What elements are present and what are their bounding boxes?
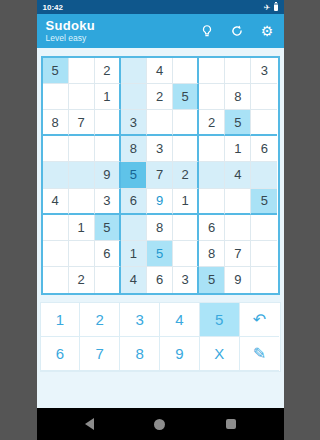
sudoku-cell-r6c4[interactable]: 6 xyxy=(121,189,147,215)
undo-icon: ↶ xyxy=(253,312,266,328)
sudoku-cell-r1c3[interactable]: 2 xyxy=(95,58,121,84)
sudoku-cell-r8c7[interactable]: 8 xyxy=(199,241,225,267)
sudoku-cell-r9c4[interactable]: 4 xyxy=(121,267,147,293)
status-icons: ✈ xyxy=(264,3,278,12)
sudoku-cell-r7c9[interactable] xyxy=(251,215,277,241)
digit-key-1[interactable]: 1 xyxy=(41,303,81,337)
sudoku-cell-r5c7[interactable] xyxy=(199,162,225,188)
sudoku-cell-r7c7[interactable]: 6 xyxy=(199,215,225,241)
sudoku-cell-r4c4[interactable]: 8 xyxy=(121,136,147,162)
sudoku-cell-r6c5[interactable]: 9 xyxy=(147,189,173,215)
sudoku-cell-r2c5[interactable]: 2 xyxy=(147,84,173,110)
gear-icon: ⚙ xyxy=(261,24,274,38)
sudoku-cell-r7c8[interactable] xyxy=(225,215,251,241)
sudoku-cell-r3c7[interactable]: 2 xyxy=(199,110,225,136)
sudoku-cell-r9c3[interactable] xyxy=(95,267,121,293)
sudoku-cell-r2c9[interactable] xyxy=(251,84,277,110)
sudoku-cell-r4c1[interactable] xyxy=(43,136,69,162)
digit-key-4[interactable]: 4 xyxy=(160,303,200,337)
number-keypad: 12345↶6789X✎ xyxy=(40,302,281,372)
sudoku-cell-r4c9[interactable]: 6 xyxy=(251,136,277,162)
sudoku-cell-r9c7[interactable]: 5 xyxy=(199,267,225,293)
digit-key-6[interactable]: 6 xyxy=(41,337,81,371)
sudoku-cell-r8c2[interactable] xyxy=(69,241,95,267)
status-bar: 10:42 ✈ xyxy=(37,0,284,14)
sudoku-cell-r9c6[interactable]: 3 xyxy=(173,267,199,293)
sudoku-cell-r3c8[interactable]: 5 xyxy=(225,110,251,136)
airplane-mode-icon: ✈ xyxy=(264,3,271,12)
sudoku-cell-r7c1[interactable] xyxy=(43,215,69,241)
sudoku-cell-r5c2[interactable] xyxy=(69,162,95,188)
restart-button[interactable] xyxy=(230,24,245,39)
sudoku-cell-r1c2[interactable] xyxy=(69,58,95,84)
app-bar-titles: Sudoku Level easy xyxy=(46,19,95,44)
pencil-icon: ✎ xyxy=(253,346,266,362)
sudoku-board: 5243125887325831695724436915158661587246… xyxy=(41,56,280,295)
digit-key-8[interactable]: 8 xyxy=(120,337,160,371)
sudoku-cell-r7c5[interactable]: 8 xyxy=(147,215,173,241)
sudoku-cell-r2c4[interactable] xyxy=(121,84,147,110)
sudoku-cell-r5c5[interactable]: 7 xyxy=(147,162,173,188)
sudoku-cell-r8c4[interactable]: 1 xyxy=(121,241,147,267)
sudoku-cell-r6c6[interactable]: 1 xyxy=(173,189,199,215)
sudoku-cell-r6c3[interactable]: 3 xyxy=(95,189,121,215)
sudoku-cell-r9c1[interactable] xyxy=(43,267,69,293)
sudoku-cell-r6c8[interactable] xyxy=(225,189,251,215)
level-subtitle: Level easy xyxy=(46,34,95,43)
sudoku-cell-r9c5[interactable]: 6 xyxy=(147,267,173,293)
sudoku-cell-r1c5[interactable]: 4 xyxy=(147,58,173,84)
refresh-icon xyxy=(230,24,244,38)
status-time: 10:42 xyxy=(43,3,63,12)
sudoku-cell-r4c7[interactable] xyxy=(199,136,225,162)
sudoku-cell-r1c8[interactable] xyxy=(225,58,251,84)
recents-button[interactable] xyxy=(226,419,236,429)
sudoku-cell-r9c2[interactable]: 2 xyxy=(69,267,95,293)
android-nav-bar xyxy=(37,408,284,440)
sudoku-cell-r3c6[interactable] xyxy=(173,110,199,136)
sudoku-cell-r6c7[interactable] xyxy=(199,189,225,215)
sudoku-cell-r5c1[interactable] xyxy=(43,162,69,188)
settings-button[interactable]: ⚙ xyxy=(260,24,275,39)
app-bar-actions: ⚙ xyxy=(200,24,275,39)
sudoku-cell-r3c4[interactable]: 3 xyxy=(121,110,147,136)
digit-key-3[interactable]: 3 xyxy=(120,303,160,337)
pencil-button[interactable]: ✎ xyxy=(240,337,280,371)
back-button[interactable] xyxy=(85,418,94,430)
sudoku-cell-r4c8[interactable]: 1 xyxy=(225,136,251,162)
sudoku-cell-r8c5[interactable]: 5 xyxy=(147,241,173,267)
sudoku-cell-r3c3[interactable] xyxy=(95,110,121,136)
sudoku-cell-r5c4[interactable]: 5 xyxy=(121,162,147,188)
sudoku-cell-r1c9[interactable]: 3 xyxy=(251,58,277,84)
sudoku-cell-r5c8[interactable]: 4 xyxy=(225,162,251,188)
sudoku-cell-r1c7[interactable] xyxy=(199,58,225,84)
undo-button[interactable]: ↶ xyxy=(240,303,280,337)
digit-key-2[interactable]: 2 xyxy=(80,303,120,337)
sudoku-cell-r1c6[interactable] xyxy=(173,58,199,84)
sudoku-cell-r5c9[interactable] xyxy=(251,162,277,188)
home-button[interactable] xyxy=(154,419,165,430)
clear-key[interactable]: X xyxy=(200,337,240,371)
sudoku-cell-r1c4[interactable] xyxy=(121,58,147,84)
sudoku-cell-r8c9[interactable] xyxy=(251,241,277,267)
app-title: Sudoku xyxy=(46,19,95,33)
sudoku-cell-r5c6[interactable]: 2 xyxy=(173,162,199,188)
sudoku-cell-r3c2[interactable]: 7 xyxy=(69,110,95,136)
sudoku-cell-r9c8[interactable]: 9 xyxy=(225,267,251,293)
battery-icon xyxy=(274,3,278,11)
sudoku-cell-r8c6[interactable] xyxy=(173,241,199,267)
app-bar: Sudoku Level easy ⚙ xyxy=(37,14,284,48)
sudoku-cell-r5c3[interactable]: 9 xyxy=(95,162,121,188)
sudoku-cell-r7c3[interactable]: 5 xyxy=(95,215,121,241)
sudoku-cell-r8c8[interactable]: 7 xyxy=(225,241,251,267)
lightbulb-icon xyxy=(200,24,214,38)
sudoku-cell-r4c6[interactable] xyxy=(173,136,199,162)
sudoku-cell-r3c9[interactable] xyxy=(251,110,277,136)
sudoku-cell-r9c9[interactable] xyxy=(251,267,277,293)
sudoku-cell-r2c2[interactable] xyxy=(69,84,95,110)
sudoku-cell-r2c7[interactable] xyxy=(199,84,225,110)
sudoku-cell-r7c2[interactable]: 1 xyxy=(69,215,95,241)
sudoku-cell-r2c8[interactable]: 8 xyxy=(225,84,251,110)
sudoku-cell-r3c5[interactable] xyxy=(147,110,173,136)
sudoku-cell-r1c1[interactable]: 5 xyxy=(43,58,69,84)
hint-button[interactable] xyxy=(200,24,215,39)
sudoku-cell-r8c1[interactable] xyxy=(43,241,69,267)
sudoku-cell-r2c3[interactable]: 1 xyxy=(95,84,121,110)
sudoku-cell-r2c1[interactable] xyxy=(43,84,69,110)
digit-key-9[interactable]: 9 xyxy=(160,337,200,371)
digit-key-5[interactable]: 5 xyxy=(200,303,240,337)
sudoku-cell-r3c1[interactable]: 8 xyxy=(43,110,69,136)
sudoku-cell-r7c4[interactable] xyxy=(121,215,147,241)
sudoku-cell-r4c2[interactable] xyxy=(69,136,95,162)
digit-key-7[interactable]: 7 xyxy=(80,337,120,371)
sudoku-app-screen: 10:42 ✈ Sudoku Level easy xyxy=(37,0,284,440)
sudoku-cell-r6c9[interactable]: 5 xyxy=(251,189,277,215)
sudoku-cell-r2c6[interactable]: 5 xyxy=(173,84,199,110)
sudoku-cell-r6c1[interactable]: 4 xyxy=(43,189,69,215)
sudoku-cell-r7c6[interactable] xyxy=(173,215,199,241)
sudoku-cell-r4c5[interactable]: 3 xyxy=(147,136,173,162)
sudoku-cell-r6c2[interactable] xyxy=(69,189,95,215)
sudoku-cell-r8c3[interactable]: 6 xyxy=(95,241,121,267)
sudoku-cell-r4c3[interactable] xyxy=(95,136,121,162)
